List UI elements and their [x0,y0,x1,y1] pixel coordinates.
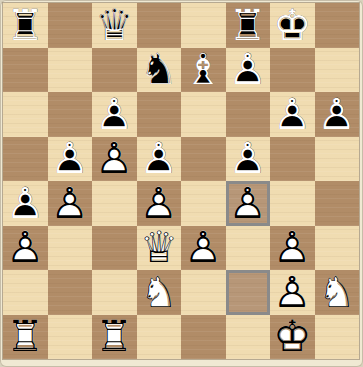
square-d5[interactable]: ♟♙ [137,137,182,182]
square-f3[interactable] [226,226,271,271]
square-f7[interactable]: ♟♙ [226,48,271,93]
square-g4[interactable] [270,181,315,226]
black-rook-a8[interactable]: ♜♖ [3,3,48,48]
black-bishop-e7[interactable]: ♝♗ [181,48,226,93]
square-g6[interactable]: ♟♙ [270,92,315,137]
square-h8[interactable] [315,3,360,48]
piece-outline-glyph: ♙ [92,92,137,137]
white-queen-d3[interactable]: ♛♕ [137,226,182,271]
piece-outline-glyph: ♘ [137,270,182,315]
piece-outline-glyph: ♙ [226,48,271,93]
square-e4[interactable] [181,181,226,226]
piece-outline-glyph: ♙ [48,181,93,226]
piece-outline-glyph: ♕ [137,226,182,271]
square-h5[interactable] [315,137,360,182]
square-a5[interactable] [3,137,48,182]
square-g2[interactable]: ♟♙ [270,270,315,315]
piece-outline-glyph: ♘ [315,270,360,315]
square-e5[interactable] [181,137,226,182]
square-a1[interactable]: ♜♖ [3,315,48,360]
black-pawn-a4[interactable]: ♟♙ [3,181,48,226]
square-h2[interactable]: ♞♘ [315,270,360,315]
piece-outline-glyph: ♙ [137,137,182,182]
square-f4[interactable]: ♟♙ [226,181,271,226]
black-king-g8[interactable]: ♚♔ [270,3,315,48]
board-frame: ♜♖♛♕♜♖♚♔♞♘♝♗♟♙♟♙♟♙♟♙♟♙♟♙♟♙♟♙♟♙♟♙♟♙♟♙♟♙♛♕… [0,0,363,367]
piece-outline-glyph: ♙ [226,181,271,226]
piece-outline-glyph: ♙ [315,92,360,137]
square-h4[interactable] [315,181,360,226]
square-f6[interactable] [226,92,271,137]
white-knight-h2[interactable]: ♞♘ [315,270,360,315]
square-h6[interactable]: ♟♙ [315,92,360,137]
square-b5[interactable]: ♟♙ [48,137,93,182]
square-d6[interactable] [137,92,182,137]
white-knight-d2[interactable]: ♞♘ [137,270,182,315]
piece-outline-glyph: ♙ [270,92,315,137]
square-b1[interactable] [48,315,93,360]
square-c4[interactable] [92,181,137,226]
square-h1[interactable] [315,315,360,360]
piece-outline-glyph: ♖ [226,3,271,48]
square-a2[interactable] [3,270,48,315]
piece-outline-glyph: ♖ [3,315,48,360]
square-f1[interactable] [226,315,271,360]
square-d1[interactable] [137,315,182,360]
square-e7[interactable]: ♝♗ [181,48,226,93]
black-pawn-h6[interactable]: ♟♙ [315,92,360,137]
white-pawn-d4[interactable]: ♟♙ [137,181,182,226]
piece-outline-glyph: ♕ [92,3,137,48]
square-g5[interactable] [270,137,315,182]
piece-outline-glyph: ♙ [48,137,93,182]
white-pawn-c5[interactable]: ♟♙ [92,137,137,182]
square-b3[interactable] [48,226,93,271]
square-c3[interactable] [92,226,137,271]
square-c7[interactable] [92,48,137,93]
square-e2[interactable] [181,270,226,315]
piece-outline-glyph: ♔ [270,3,315,48]
black-pawn-f7[interactable]: ♟♙ [226,48,271,93]
square-d4[interactable]: ♟♙ [137,181,182,226]
square-h7[interactable] [315,48,360,93]
black-rook-f8[interactable]: ♜♖ [226,3,271,48]
square-f8[interactable]: ♜♖ [226,3,271,48]
square-f2[interactable] [226,270,271,315]
square-a8[interactable]: ♜♖ [3,3,48,48]
piece-outline-glyph: ♗ [181,48,226,93]
piece-outline-glyph: ♙ [137,181,182,226]
white-pawn-f4[interactable]: ♟♙ [226,181,271,226]
piece-outline-glyph: ♖ [3,3,48,48]
square-g7[interactable] [270,48,315,93]
white-rook-a1[interactable]: ♜♖ [3,315,48,360]
square-e8[interactable] [181,3,226,48]
piece-outline-glyph: ♙ [3,181,48,226]
square-g1[interactable]: ♚♔ [270,315,315,360]
square-b7[interactable] [48,48,93,93]
black-pawn-b5[interactable]: ♟♙ [48,137,93,182]
square-c5[interactable]: ♟♙ [92,137,137,182]
chess-board: ♜♖♛♕♜♖♚♔♞♘♝♗♟♙♟♙♟♙♟♙♟♙♟♙♟♙♟♙♟♙♟♙♟♙♟♙♟♙♛♕… [3,3,359,359]
piece-outline-glyph: ♙ [226,137,271,182]
square-e6[interactable] [181,92,226,137]
square-c1[interactable]: ♜♖ [92,315,137,360]
square-b4[interactable]: ♟♙ [48,181,93,226]
piece-outline-glyph: ♔ [270,315,315,360]
black-pawn-f5[interactable]: ♟♙ [226,137,271,182]
square-d3[interactable]: ♛♕ [137,226,182,271]
piece-outline-glyph: ♖ [92,315,137,360]
square-f5[interactable]: ♟♙ [226,137,271,182]
square-a6[interactable] [3,92,48,137]
square-b6[interactable] [48,92,93,137]
square-g3[interactable]: ♟♙ [270,226,315,271]
piece-outline-glyph: ♙ [3,226,48,271]
square-c8[interactable]: ♛♕ [92,3,137,48]
square-c2[interactable] [92,270,137,315]
black-pawn-g6[interactable]: ♟♙ [270,92,315,137]
square-g8[interactable]: ♚♔ [270,3,315,48]
piece-outline-glyph: ♙ [270,226,315,271]
white-king-g1[interactable]: ♚♔ [270,315,315,360]
black-queen-c8[interactable]: ♛♕ [92,3,137,48]
square-b8[interactable] [48,3,93,48]
white-pawn-g2[interactable]: ♟♙ [270,270,315,315]
piece-outline-glyph: ♙ [92,137,137,182]
square-h3[interactable] [315,226,360,271]
white-pawn-e3[interactable]: ♟♙ [181,226,226,271]
piece-outline-glyph: ♙ [270,270,315,315]
piece-outline-glyph: ♙ [181,226,226,271]
white-pawn-a3[interactable]: ♟♙ [3,226,48,271]
square-d7[interactable]: ♞♘ [137,48,182,93]
square-b2[interactable] [48,270,93,315]
square-d8[interactable] [137,3,182,48]
white-pawn-g3[interactable]: ♟♙ [270,226,315,271]
square-c6[interactable]: ♟♙ [92,92,137,137]
square-a4[interactable]: ♟♙ [3,181,48,226]
black-knight-d7[interactable]: ♞♘ [137,48,182,93]
square-a3[interactable]: ♟♙ [3,226,48,271]
square-d2[interactable]: ♞♘ [137,270,182,315]
square-e1[interactable] [181,315,226,360]
white-rook-c1[interactable]: ♜♖ [92,315,137,360]
square-e3[interactable]: ♟♙ [181,226,226,271]
black-pawn-d5[interactable]: ♟♙ [137,137,182,182]
black-pawn-c6[interactable]: ♟♙ [92,92,137,137]
square-a7[interactable] [3,48,48,93]
white-pawn-b4[interactable]: ♟♙ [48,181,93,226]
piece-outline-glyph: ♘ [137,48,182,93]
